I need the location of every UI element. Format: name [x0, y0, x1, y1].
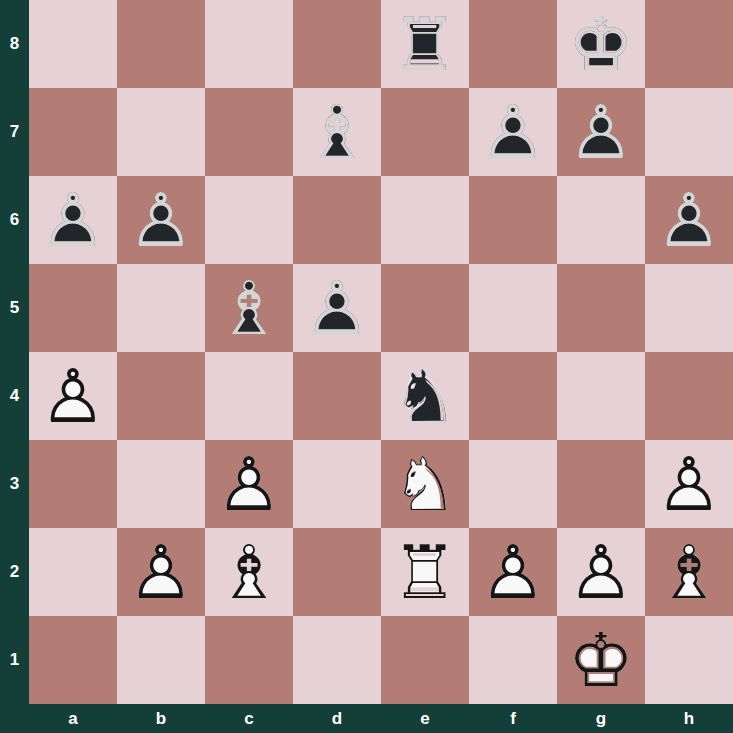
- chess-app: 8♜♖♚♔7♝♗♟♙♟♙6♟♙♟♙♟♙5♝♗♟♙4♟♙♞♘3♟♙♞♘♟♙2♟♙♝…: [0, 0, 733, 733]
- rank-label-5: 5: [0, 264, 29, 352]
- square-a5[interactable]: [29, 264, 117, 352]
- piece-black-bishop[interactable]: ♝♗: [205, 264, 293, 352]
- black-pawn-outline: ♙: [469, 88, 557, 176]
- piece-black-knight[interactable]: ♞♘: [381, 352, 469, 440]
- square-g4[interactable]: [557, 352, 645, 440]
- black-bishop-outline: ♗: [205, 264, 293, 352]
- square-h1[interactable]: [645, 616, 733, 704]
- square-f1[interactable]: [469, 616, 557, 704]
- black-king-glyph: ♚: [557, 0, 645, 88]
- file-label-a: a: [29, 704, 117, 733]
- square-h6[interactable]: ♟♙: [645, 176, 733, 264]
- piece-white-pawn[interactable]: ♟♙: [29, 352, 117, 440]
- square-f2[interactable]: ♟♙: [469, 528, 557, 616]
- square-b7[interactable]: [117, 88, 205, 176]
- piece-black-king[interactable]: ♚♔: [557, 0, 645, 88]
- black-bishop-outline: ♗: [293, 88, 381, 176]
- black-knight-outline: ♘: [381, 352, 469, 440]
- piece-white-pawn[interactable]: ♟♙: [117, 528, 205, 616]
- square-d7[interactable]: ♝♗: [293, 88, 381, 176]
- white-rook-outline: ♖: [381, 528, 469, 616]
- white-bishop-outline: ♗: [645, 528, 733, 616]
- square-d3[interactable]: [293, 440, 381, 528]
- square-e3[interactable]: ♞♘: [381, 440, 469, 528]
- piece-white-pawn[interactable]: ♟♙: [205, 440, 293, 528]
- square-d1[interactable]: [293, 616, 381, 704]
- square-b3[interactable]: [117, 440, 205, 528]
- black-pawn-outline: ♙: [29, 176, 117, 264]
- square-c4[interactable]: [205, 352, 293, 440]
- white-pawn-glyph: ♟: [205, 440, 293, 528]
- square-f7[interactable]: ♟♙: [469, 88, 557, 176]
- square-b2[interactable]: ♟♙: [117, 528, 205, 616]
- square-g8[interactable]: ♚♔: [557, 0, 645, 88]
- piece-black-pawn[interactable]: ♟♙: [293, 264, 381, 352]
- square-h8[interactable]: [645, 0, 733, 88]
- square-h7[interactable]: [645, 88, 733, 176]
- white-bishop-glyph: ♝: [205, 528, 293, 616]
- piece-black-rook[interactable]: ♜♖: [381, 0, 469, 88]
- white-pawn-outline: ♙: [205, 440, 293, 528]
- square-g7[interactable]: ♟♙: [557, 88, 645, 176]
- square-g6[interactable]: [557, 176, 645, 264]
- white-pawn-glyph: ♟: [117, 528, 205, 616]
- square-h2[interactable]: ♝♗: [645, 528, 733, 616]
- file-label-f: f: [469, 704, 557, 733]
- piece-white-rook[interactable]: ♜♖: [381, 528, 469, 616]
- rank-label-3: 3: [0, 440, 29, 528]
- rank-label-1: 1: [0, 616, 29, 704]
- square-c8[interactable]: [205, 0, 293, 88]
- black-pawn-glyph: ♟: [469, 88, 557, 176]
- piece-black-pawn[interactable]: ♟♙: [469, 88, 557, 176]
- black-bishop-glyph: ♝: [293, 88, 381, 176]
- square-b4[interactable]: [117, 352, 205, 440]
- black-pawn-glyph: ♟: [557, 88, 645, 176]
- square-b8[interactable]: [117, 0, 205, 88]
- square-g1[interactable]: ♚♔: [557, 616, 645, 704]
- white-pawn-glyph: ♟: [645, 440, 733, 528]
- black-rook-glyph: ♜: [381, 0, 469, 88]
- square-d8[interactable]: [293, 0, 381, 88]
- piece-white-pawn[interactable]: ♟♙: [469, 528, 557, 616]
- white-pawn-outline: ♙: [29, 352, 117, 440]
- white-knight-outline: ♘: [381, 440, 469, 528]
- piece-white-pawn[interactable]: ♟♙: [557, 528, 645, 616]
- white-pawn-outline: ♙: [645, 440, 733, 528]
- square-e6[interactable]: [381, 176, 469, 264]
- square-d2[interactable]: [293, 528, 381, 616]
- black-rook-outline: ♖: [381, 0, 469, 88]
- square-f8[interactable]: [469, 0, 557, 88]
- piece-white-knight[interactable]: ♞♘: [381, 440, 469, 528]
- white-bishop-outline: ♗: [205, 528, 293, 616]
- white-pawn-glyph: ♟: [469, 528, 557, 616]
- rank-label-8: 8: [0, 0, 29, 88]
- square-f4[interactable]: [469, 352, 557, 440]
- square-d6[interactable]: [293, 176, 381, 264]
- square-e8[interactable]: ♜♖: [381, 0, 469, 88]
- square-c1[interactable]: [205, 616, 293, 704]
- black-king-outline: ♔: [557, 0, 645, 88]
- square-e5[interactable]: [381, 264, 469, 352]
- piece-white-bishop[interactable]: ♝♗: [645, 528, 733, 616]
- file-label-b: b: [117, 704, 205, 733]
- square-h4[interactable]: [645, 352, 733, 440]
- square-e1[interactable]: [381, 616, 469, 704]
- piece-white-bishop[interactable]: ♝♗: [205, 528, 293, 616]
- black-pawn-glyph: ♟: [645, 176, 733, 264]
- white-pawn-outline: ♙: [557, 528, 645, 616]
- square-d5[interactable]: ♟♙: [293, 264, 381, 352]
- black-pawn-outline: ♙: [117, 176, 205, 264]
- file-label-h: h: [645, 704, 733, 733]
- square-b5[interactable]: [117, 264, 205, 352]
- square-a2[interactable]: [29, 528, 117, 616]
- square-a6[interactable]: ♟♙: [29, 176, 117, 264]
- piece-white-king[interactable]: ♚♔: [557, 616, 645, 704]
- black-pawn-outline: ♙: [557, 88, 645, 176]
- white-pawn-glyph: ♟: [557, 528, 645, 616]
- black-pawn-outline: ♙: [645, 176, 733, 264]
- square-e2[interactable]: ♜♖: [381, 528, 469, 616]
- square-a1[interactable]: [29, 616, 117, 704]
- square-b1[interactable]: [117, 616, 205, 704]
- square-c2[interactable]: ♝♗: [205, 528, 293, 616]
- black-pawn-outline: ♙: [293, 264, 381, 352]
- piece-black-pawn[interactable]: ♟♙: [557, 88, 645, 176]
- square-c3[interactable]: ♟♙: [205, 440, 293, 528]
- white-knight-glyph: ♞: [381, 440, 469, 528]
- piece-black-bishop[interactable]: ♝♗: [293, 88, 381, 176]
- square-c5[interactable]: ♝♗: [205, 264, 293, 352]
- white-rook-glyph: ♜: [381, 528, 469, 616]
- square-f3[interactable]: [469, 440, 557, 528]
- white-king-glyph: ♚: [557, 616, 645, 704]
- rank-label-4: 4: [0, 352, 29, 440]
- square-e7[interactable]: [381, 88, 469, 176]
- white-bishop-glyph: ♝: [645, 528, 733, 616]
- piece-black-pawn[interactable]: ♟♙: [117, 176, 205, 264]
- square-h3[interactable]: ♟♙: [645, 440, 733, 528]
- black-bishop-glyph: ♝: [205, 264, 293, 352]
- square-g2[interactable]: ♟♙: [557, 528, 645, 616]
- piece-white-pawn[interactable]: ♟♙: [645, 440, 733, 528]
- rank-label-6: 6: [0, 176, 29, 264]
- white-pawn-outline: ♙: [117, 528, 205, 616]
- white-pawn-glyph: ♟: [29, 352, 117, 440]
- square-d4[interactable]: [293, 352, 381, 440]
- square-a7[interactable]: [29, 88, 117, 176]
- piece-black-pawn[interactable]: ♟♙: [29, 176, 117, 264]
- square-b6[interactable]: ♟♙: [117, 176, 205, 264]
- white-pawn-outline: ♙: [469, 528, 557, 616]
- chess-board: 8♜♖♚♔7♝♗♟♙♟♙6♟♙♟♙♟♙5♝♗♟♙4♟♙♞♘3♟♙♞♘♟♙2♟♙♝…: [0, 0, 733, 733]
- square-a4[interactable]: ♟♙: [29, 352, 117, 440]
- file-label-g: g: [557, 704, 645, 733]
- square-f6[interactable]: [469, 176, 557, 264]
- square-e4[interactable]: ♞♘: [381, 352, 469, 440]
- black-pawn-glyph: ♟: [117, 176, 205, 264]
- rank-label-7: 7: [0, 88, 29, 176]
- square-c7[interactable]: [205, 88, 293, 176]
- file-label-c: c: [205, 704, 293, 733]
- square-a3[interactable]: [29, 440, 117, 528]
- white-king-outline: ♔: [557, 616, 645, 704]
- black-pawn-glyph: ♟: [29, 176, 117, 264]
- rank-label-2: 2: [0, 528, 29, 616]
- square-g5[interactable]: [557, 264, 645, 352]
- square-f5[interactable]: [469, 264, 557, 352]
- black-pawn-glyph: ♟: [293, 264, 381, 352]
- square-c6[interactable]: [205, 176, 293, 264]
- file-label-e: e: [381, 704, 469, 733]
- square-h5[interactable]: [645, 264, 733, 352]
- file-label-d: d: [293, 704, 381, 733]
- square-a8[interactable]: [29, 0, 117, 88]
- board-frame-corner: [0, 704, 29, 733]
- black-knight-glyph: ♞: [381, 352, 469, 440]
- square-g3[interactable]: [557, 440, 645, 528]
- piece-black-pawn[interactable]: ♟♙: [645, 176, 733, 264]
